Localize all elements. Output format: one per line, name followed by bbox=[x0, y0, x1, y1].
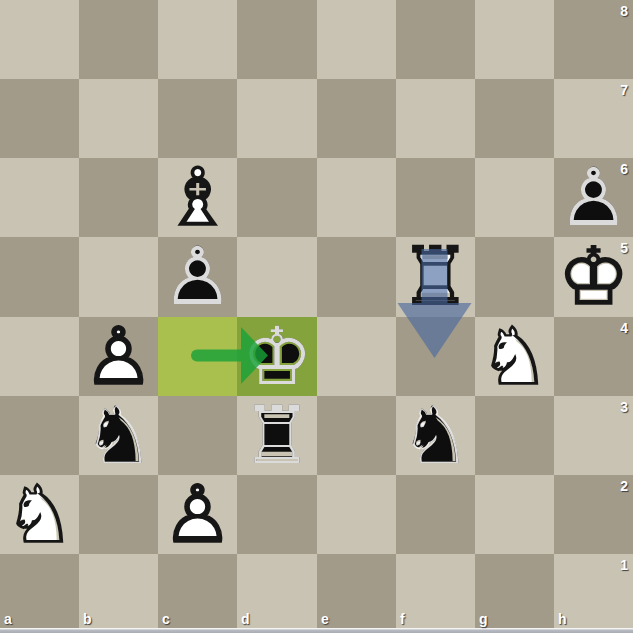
black-knight-outline: ♘ bbox=[79, 396, 158, 475]
black-knight[interactable]: ♞♘ bbox=[79, 396, 158, 475]
white-knight[interactable]: ♞♘ bbox=[475, 317, 554, 396]
square-h4[interactable] bbox=[554, 317, 633, 396]
black-pawn[interactable]: ♟♙ bbox=[158, 237, 237, 317]
white-knight-outline: ♘ bbox=[0, 475, 79, 554]
black-king-outline: ♔ bbox=[237, 317, 317, 396]
square-a4[interactable] bbox=[0, 317, 79, 396]
chess-board: ♝♗♟♙♟♙♜♖♚♔♟♙♚♔♞♘♞♘♜♖♞♘♞♘♟♙ abcdefgh12345… bbox=[0, 0, 633, 633]
square-e4[interactable] bbox=[317, 317, 396, 396]
square-d6[interactable] bbox=[237, 158, 317, 237]
black-knight[interactable]: ♞♘ bbox=[396, 396, 475, 475]
square-b8[interactable] bbox=[79, 0, 158, 79]
square-g3[interactable] bbox=[475, 396, 554, 475]
square-f8[interactable] bbox=[396, 0, 475, 79]
black-rook[interactable]: ♜♖ bbox=[237, 396, 317, 475]
white-king-outline: ♔ bbox=[554, 237, 633, 317]
square-b2[interactable] bbox=[79, 475, 158, 554]
white-rook[interactable]: ♜♖ bbox=[396, 237, 475, 317]
square-c8[interactable] bbox=[158, 0, 237, 79]
square-d2[interactable] bbox=[237, 475, 317, 554]
black-knight-outline: ♘ bbox=[396, 396, 475, 475]
square-d8[interactable] bbox=[237, 0, 317, 79]
square-d7[interactable] bbox=[237, 79, 317, 158]
white-bishop[interactable]: ♝♗ bbox=[158, 158, 237, 237]
white-pawn[interactable]: ♟♙ bbox=[79, 317, 158, 396]
square-b1[interactable] bbox=[79, 554, 158, 633]
square-b7[interactable] bbox=[79, 79, 158, 158]
black-pawn-outline: ♙ bbox=[158, 237, 237, 317]
white-knight[interactable]: ♞♘ bbox=[0, 475, 79, 554]
square-h1[interactable] bbox=[554, 554, 633, 633]
square-g2[interactable] bbox=[475, 475, 554, 554]
square-e7[interactable] bbox=[317, 79, 396, 158]
square-f2[interactable] bbox=[396, 475, 475, 554]
square-c3[interactable] bbox=[158, 396, 237, 475]
square-e1[interactable] bbox=[317, 554, 396, 633]
square-f4[interactable] bbox=[396, 317, 475, 396]
square-a6[interactable] bbox=[0, 158, 79, 237]
white-pawn-outline: ♙ bbox=[79, 317, 158, 396]
square-e6[interactable] bbox=[317, 158, 396, 237]
square-c4[interactable] bbox=[158, 317, 237, 396]
square-b5[interactable] bbox=[79, 237, 158, 317]
black-king[interactable]: ♚♔ bbox=[237, 317, 317, 396]
square-a7[interactable] bbox=[0, 79, 79, 158]
square-h7[interactable] bbox=[554, 79, 633, 158]
square-d5[interactable] bbox=[237, 237, 317, 317]
square-h3[interactable] bbox=[554, 396, 633, 475]
square-a8[interactable] bbox=[0, 0, 79, 79]
square-e8[interactable] bbox=[317, 0, 396, 79]
white-pawn[interactable]: ♟♙ bbox=[158, 475, 237, 554]
square-g1[interactable] bbox=[475, 554, 554, 633]
square-e5[interactable] bbox=[317, 237, 396, 317]
square-c7[interactable] bbox=[158, 79, 237, 158]
black-pawn-outline: ♙ bbox=[554, 158, 633, 237]
white-king[interactable]: ♚♔ bbox=[554, 237, 633, 317]
square-a1[interactable] bbox=[0, 554, 79, 633]
black-pawn[interactable]: ♟♙ bbox=[554, 158, 633, 237]
square-a5[interactable] bbox=[0, 237, 79, 317]
square-f6[interactable] bbox=[396, 158, 475, 237]
square-f7[interactable] bbox=[396, 79, 475, 158]
square-h8[interactable] bbox=[554, 0, 633, 79]
square-g5[interactable] bbox=[475, 237, 554, 317]
square-g6[interactable] bbox=[475, 158, 554, 237]
square-b6[interactable] bbox=[79, 158, 158, 237]
square-c1[interactable] bbox=[158, 554, 237, 633]
white-bishop-outline: ♗ bbox=[158, 158, 237, 237]
square-e2[interactable] bbox=[317, 475, 396, 554]
black-rook-outline: ♖ bbox=[237, 396, 317, 475]
white-pawn-outline: ♙ bbox=[158, 475, 237, 554]
square-h2[interactable] bbox=[554, 475, 633, 554]
white-knight-outline: ♘ bbox=[475, 317, 554, 396]
white-rook-outline: ♖ bbox=[396, 237, 475, 317]
square-a3[interactable] bbox=[0, 396, 79, 475]
square-d1[interactable] bbox=[237, 554, 317, 633]
square-f1[interactable] bbox=[396, 554, 475, 633]
square-e3[interactable] bbox=[317, 396, 396, 475]
square-g8[interactable] bbox=[475, 0, 554, 79]
square-g7[interactable] bbox=[475, 79, 554, 158]
